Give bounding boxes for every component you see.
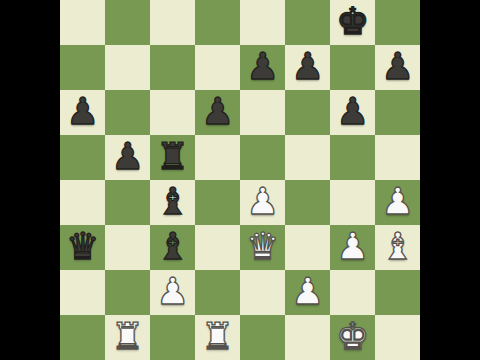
white-pawn[interactable]: ♟	[246, 180, 279, 224]
square-h7[interactable]: ♟	[375, 45, 420, 90]
square-a7[interactable]	[60, 45, 105, 90]
square-b5[interactable]: ♟	[105, 135, 150, 180]
square-a3[interactable]: ♛	[60, 225, 105, 270]
white-pawn[interactable]: ♟	[291, 270, 324, 314]
square-g4[interactable]	[330, 180, 375, 225]
square-h4[interactable]: ♟	[375, 180, 420, 225]
square-g6[interactable]: ♟	[330, 90, 375, 135]
square-c7[interactable]	[150, 45, 195, 90]
square-d4[interactable]	[195, 180, 240, 225]
white-pawn[interactable]: ♟	[381, 180, 414, 224]
square-f7[interactable]: ♟	[285, 45, 330, 90]
square-h8[interactable]	[375, 0, 420, 45]
square-c6[interactable]	[150, 90, 195, 135]
square-h2[interactable]	[375, 270, 420, 315]
square-d2[interactable]	[195, 270, 240, 315]
square-e3[interactable]: ♛	[240, 225, 285, 270]
square-b8[interactable]	[105, 0, 150, 45]
square-b7[interactable]	[105, 45, 150, 90]
black-pawn[interactable]: ♟	[246, 45, 279, 89]
square-e2[interactable]	[240, 270, 285, 315]
square-f6[interactable]	[285, 90, 330, 135]
square-b3[interactable]	[105, 225, 150, 270]
square-c3[interactable]: ♝	[150, 225, 195, 270]
square-h1[interactable]	[375, 315, 420, 360]
square-a8[interactable]	[60, 0, 105, 45]
black-rook[interactable]: ♜	[156, 135, 189, 179]
square-g7[interactable]	[330, 45, 375, 90]
letterbox-left	[0, 0, 60, 360]
black-pawn[interactable]: ♟	[381, 45, 414, 89]
square-c5[interactable]: ♜	[150, 135, 195, 180]
square-e8[interactable]	[240, 0, 285, 45]
square-a6[interactable]: ♟	[60, 90, 105, 135]
square-d5[interactable]	[195, 135, 240, 180]
square-b2[interactable]	[105, 270, 150, 315]
square-g1[interactable]: ♚	[330, 315, 375, 360]
black-queen[interactable]: ♛	[66, 225, 99, 269]
white-rook[interactable]: ♜	[201, 315, 234, 359]
square-d6[interactable]: ♟	[195, 90, 240, 135]
chess-board: ♚♟♟♟♟♟♟♟♜♝♟♟♛♝♛♟♝♟♟♜♜♚	[60, 0, 420, 360]
square-f3[interactable]	[285, 225, 330, 270]
square-e1[interactable]	[240, 315, 285, 360]
square-h5[interactable]	[375, 135, 420, 180]
square-f2[interactable]: ♟	[285, 270, 330, 315]
square-h6[interactable]	[375, 90, 420, 135]
black-pawn[interactable]: ♟	[66, 90, 99, 134]
white-queen[interactable]: ♛	[246, 225, 279, 269]
square-g3[interactable]: ♟	[330, 225, 375, 270]
black-pawn[interactable]: ♟	[111, 135, 144, 179]
square-c2[interactable]: ♟	[150, 270, 195, 315]
white-king[interactable]: ♚	[336, 315, 369, 359]
square-d7[interactable]	[195, 45, 240, 90]
square-g5[interactable]	[330, 135, 375, 180]
black-bishop[interactable]: ♝	[156, 180, 189, 224]
white-pawn[interactable]: ♟	[156, 270, 189, 314]
square-d1[interactable]: ♜	[195, 315, 240, 360]
square-a2[interactable]	[60, 270, 105, 315]
square-a1[interactable]	[60, 315, 105, 360]
square-e6[interactable]	[240, 90, 285, 135]
square-g8[interactable]: ♚	[330, 0, 375, 45]
square-b1[interactable]: ♜	[105, 315, 150, 360]
black-pawn[interactable]: ♟	[291, 45, 324, 89]
square-a4[interactable]	[60, 180, 105, 225]
square-c1[interactable]	[150, 315, 195, 360]
square-d8[interactable]	[195, 0, 240, 45]
square-e4[interactable]: ♟	[240, 180, 285, 225]
square-f5[interactable]	[285, 135, 330, 180]
square-a5[interactable]	[60, 135, 105, 180]
white-bishop[interactable]: ♝	[381, 225, 414, 269]
square-f1[interactable]	[285, 315, 330, 360]
white-pawn[interactable]: ♟	[336, 225, 369, 269]
black-pawn[interactable]: ♟	[336, 90, 369, 134]
square-b4[interactable]	[105, 180, 150, 225]
square-d3[interactable]	[195, 225, 240, 270]
square-b6[interactable]	[105, 90, 150, 135]
black-pawn[interactable]: ♟	[201, 90, 234, 134]
square-f8[interactable]	[285, 0, 330, 45]
square-c8[interactable]	[150, 0, 195, 45]
square-e7[interactable]: ♟	[240, 45, 285, 90]
square-g2[interactable]	[330, 270, 375, 315]
square-e5[interactable]	[240, 135, 285, 180]
white-rook[interactable]: ♜	[111, 315, 144, 359]
square-h3[interactable]: ♝	[375, 225, 420, 270]
square-c4[interactable]: ♝	[150, 180, 195, 225]
black-bishop[interactable]: ♝	[156, 225, 189, 269]
square-f4[interactable]	[285, 180, 330, 225]
black-king[interactable]: ♚	[336, 0, 369, 44]
letterbox-right	[420, 0, 480, 360]
